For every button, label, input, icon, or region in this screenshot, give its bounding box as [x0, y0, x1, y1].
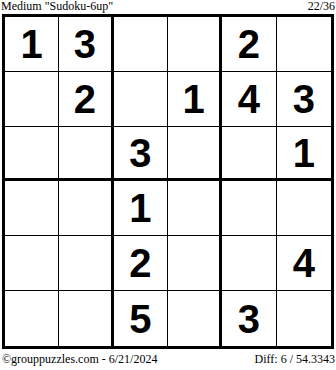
- grid-cell-r4c3: 1: [114, 181, 168, 236]
- grid-cell-r4c5[interactable]: [222, 181, 276, 236]
- grid-cell-r2c6: 3: [277, 72, 331, 127]
- grid-cell-r3c4[interactable]: [168, 127, 222, 182]
- grid-cell-r3c1[interactable]: [5, 127, 59, 182]
- grid-cell-r4c4[interactable]: [168, 181, 222, 236]
- grid-cell-r1c2: 3: [59, 17, 113, 72]
- grid-cell-r5c1[interactable]: [5, 236, 59, 291]
- grid-cell-r2c3[interactable]: [114, 72, 168, 127]
- grid-cell-r3c2[interactable]: [59, 127, 113, 182]
- grid-cell-r5c3: 2: [114, 236, 168, 291]
- grid-cell-r6c5: 3: [222, 291, 276, 346]
- grid-cell-r5c5[interactable]: [222, 236, 276, 291]
- grid-cell-r6c4[interactable]: [168, 291, 222, 346]
- grid-cell-r6c1[interactable]: [5, 291, 59, 346]
- grid-cell-r2c4: 1: [168, 72, 222, 127]
- puzzle-title: Medium "Sudoku-6up": [1, 0, 113, 13]
- grid-cell-r1c4[interactable]: [168, 17, 222, 72]
- grid-cell-r3c3: 3: [114, 127, 168, 182]
- difficulty-text: Diff: 6 / 54.3343: [255, 352, 335, 366]
- copyright-text: ©grouppuzzles.com - 6/21/2024: [2, 352, 157, 366]
- footer: ©grouppuzzles.com - 6/21/2024 Diff: 6 / …: [2, 352, 335, 366]
- progress-counter: 22/36: [308, 0, 335, 13]
- grid-cell-r4c1[interactable]: [5, 181, 59, 236]
- grid-cell-r6c2[interactable]: [59, 291, 113, 346]
- grid-cell-r3c6: 1: [277, 127, 331, 182]
- grid-cell-r3c5[interactable]: [222, 127, 276, 182]
- grid-cell-r5c2[interactable]: [59, 236, 113, 291]
- grid-cell-r6c3: 5: [114, 291, 168, 346]
- puzzle-page: Medium "Sudoku-6up" 22/36 13221433112453…: [0, 0, 336, 370]
- grid-cell-r1c1: 1: [5, 17, 59, 72]
- sudoku-board: 13221433112453: [2, 14, 334, 349]
- grid-cell-r4c6[interactable]: [277, 181, 331, 236]
- grid-cell-r1c3[interactable]: [114, 17, 168, 72]
- grid-cell-r1c6[interactable]: [277, 17, 331, 72]
- grid-cell-r5c4[interactable]: [168, 236, 222, 291]
- grid-cell-r5c6: 4: [277, 236, 331, 291]
- grid-cell-r2c5: 4: [222, 72, 276, 127]
- grid-cell-r2c2: 2: [59, 72, 113, 127]
- grid-cell-r6c6[interactable]: [277, 291, 331, 346]
- grid-cell-r1c5: 2: [222, 17, 276, 72]
- grid-cell-r4c2[interactable]: [59, 181, 113, 236]
- header: Medium "Sudoku-6up" 22/36: [1, 0, 335, 13]
- grid-cell-r2c1[interactable]: [5, 72, 59, 127]
